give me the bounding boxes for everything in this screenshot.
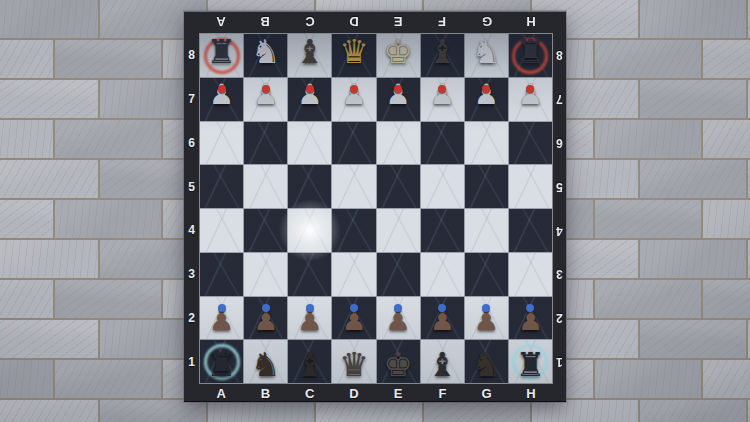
- square-h6[interactable]: [509, 122, 552, 165]
- marble-tile: [0, 200, 53, 238]
- square-b5[interactable]: [244, 165, 287, 208]
- marble-tile: [595, 40, 701, 78]
- rank-label-left-7: 7: [184, 77, 199, 121]
- file-label-bottom-d: D: [332, 384, 376, 402]
- top-pawn-cap: [526, 85, 534, 93]
- square-a7[interactable]: ♟: [200, 78, 243, 121]
- piece-top-pawn-g7[interactable]: ♟: [465, 74, 508, 117]
- piece-top-king-e8[interactable]: ♚: [377, 30, 420, 73]
- square-g4[interactable]: [465, 209, 508, 252]
- square-e3[interactable]: [377, 253, 420, 296]
- file-label-bottom-f: F: [420, 384, 464, 402]
- rank-label-left-6: 6: [184, 121, 199, 165]
- square-h8[interactable]: ♜: [509, 34, 552, 77]
- rank-label-right-6: 6: [553, 121, 566, 165]
- square-b1[interactable]: ♞: [244, 340, 287, 383]
- top-pawn-cap: [262, 85, 270, 93]
- piece-top-pawn-c7[interactable]: ♟: [288, 74, 331, 117]
- top-pawn-cap: [482, 85, 490, 93]
- chess-board: ABCDEFGH 87654321 ♜♞♝♛♚♝♞♜♟♟♟♟♟♟♟♟♟♟♟♟♟♟…: [184, 11, 566, 402]
- square-c2[interactable]: ♟: [288, 297, 331, 340]
- marble-tile: [100, 400, 206, 422]
- square-b6[interactable]: [244, 122, 287, 165]
- marble-tile: [640, 160, 746, 198]
- rank-label-right-8: 8: [553, 33, 566, 77]
- marble-tile: [55, 200, 161, 238]
- piece-bottom-bishop-c1[interactable]: ♝: [288, 343, 331, 386]
- marble-tile: [0, 280, 53, 318]
- square-g7[interactable]: ♟: [465, 78, 508, 121]
- marble-tile: [532, 400, 638, 422]
- marble-tile: [55, 120, 161, 158]
- square-g1[interactable]: ♞: [465, 340, 508, 383]
- bottom-pawn-cap: [394, 304, 402, 312]
- bottom-pawn-cap: [350, 304, 358, 312]
- square-d4[interactable]: [332, 209, 375, 252]
- square-a8[interactable]: ♜: [200, 34, 243, 77]
- rank-labels-left: 87654321: [184, 33, 199, 384]
- square-d1[interactable]: ♛: [332, 340, 375, 383]
- marble-tile: [640, 80, 746, 118]
- bottom-pawn-cap: [306, 304, 314, 312]
- square-e7[interactable]: ♟: [377, 78, 420, 121]
- bottom-pawn-cap: [526, 304, 534, 312]
- rank-label-right-2: 2: [553, 296, 566, 340]
- marble-tile: [703, 200, 750, 238]
- square-g3[interactable]: [465, 253, 508, 296]
- square-f6[interactable]: [421, 122, 464, 165]
- square-g2[interactable]: ♟: [465, 297, 508, 340]
- piece-top-pawn-e7[interactable]: ♟: [377, 74, 420, 117]
- square-c6[interactable]: [288, 122, 331, 165]
- square-e2[interactable]: ♟: [377, 297, 420, 340]
- file-label-bottom-b: B: [243, 384, 287, 402]
- square-d7[interactable]: ♟: [332, 78, 375, 121]
- square-f5[interactable]: [421, 165, 464, 208]
- square-d2[interactable]: ♟: [332, 297, 375, 340]
- bottom-pawn-cap: [218, 304, 226, 312]
- marble-tile: [640, 240, 746, 278]
- square-h3[interactable]: [509, 253, 552, 296]
- board-grid: ♜♞♝♛♚♝♞♜♟♟♟♟♟♟♟♟♟♟♟♟♟♟♟♟♜♞♝♛♚♝♞♜: [200, 34, 552, 383]
- piece-bottom-king-e1[interactable]: ♚: [377, 343, 420, 386]
- rank-label-right-3: 3: [553, 252, 566, 296]
- file-label-bottom-g: G: [465, 384, 509, 402]
- square-c7[interactable]: ♟: [288, 78, 331, 121]
- top-pawn-cap: [394, 85, 402, 93]
- file-label-bottom-c: C: [288, 384, 332, 402]
- piece-bottom-queen-d1[interactable]: ♛: [332, 343, 375, 386]
- file-label-bottom-a: A: [199, 384, 243, 402]
- piece-top-pawn-d7[interactable]: ♟: [332, 74, 375, 117]
- marble-tile: [0, 360, 53, 398]
- marble-tile: [703, 280, 750, 318]
- marble-tile: [703, 360, 750, 398]
- marble-tile: [640, 320, 746, 358]
- piece-bottom-bishop-f1[interactable]: ♝: [421, 343, 464, 386]
- piece-top-pawn-b7[interactable]: ♟: [244, 74, 287, 117]
- file-label-bottom-h: H: [509, 384, 553, 402]
- square-b8[interactable]: ♞: [244, 34, 287, 77]
- square-g8[interactable]: ♞: [465, 34, 508, 77]
- rank-label-left-3: 3: [184, 252, 199, 296]
- top-pawn-cap: [438, 85, 446, 93]
- file-labels-bottom: ABCDEFGH: [199, 384, 553, 402]
- piece-top-pawn-h7[interactable]: ♟: [509, 74, 552, 117]
- marble-tile: [595, 120, 701, 158]
- piece-bottom-rook-a1[interactable]: ♜: [200, 343, 243, 386]
- marble-tile: [640, 400, 746, 422]
- square-h1[interactable]: ♜: [509, 340, 552, 383]
- piece-top-knight-b8[interactable]: ♞: [244, 30, 287, 73]
- rank-label-left-2: 2: [184, 296, 199, 340]
- marble-tile: [55, 360, 161, 398]
- marble-tile: [0, 120, 53, 158]
- square-b7[interactable]: ♟: [244, 78, 287, 121]
- piece-bottom-knight-b1[interactable]: ♞: [244, 343, 287, 386]
- rank-label-left-1: 1: [184, 340, 199, 384]
- marble-tile: [0, 40, 53, 78]
- square-f2[interactable]: ♟: [421, 297, 464, 340]
- top-pawn-cap: [350, 85, 358, 93]
- marble-tile: [0, 160, 98, 198]
- square-e8[interactable]: ♚: [377, 34, 420, 77]
- square-c5[interactable]: [288, 165, 331, 208]
- square-a4[interactable]: [200, 209, 243, 252]
- square-f7[interactable]: ♟: [421, 78, 464, 121]
- square-e6[interactable]: [377, 122, 420, 165]
- square-g6[interactable]: [465, 122, 508, 165]
- bottom-pawn-cap: [438, 304, 446, 312]
- marble-tile: [0, 400, 98, 422]
- floor-tile-row: [0, 400, 750, 422]
- square-b2[interactable]: ♟: [244, 297, 287, 340]
- square-f4[interactable]: [421, 209, 464, 252]
- square-a5[interactable]: [200, 165, 243, 208]
- square-c4[interactable]: [288, 209, 331, 252]
- square-d5[interactable]: [332, 165, 375, 208]
- top-pawn-cap: [218, 85, 226, 93]
- square-f3[interactable]: [421, 253, 464, 296]
- rank-labels-right: 87654321: [553, 33, 566, 384]
- piece-top-pawn-a7[interactable]: ♟: [200, 74, 243, 117]
- square-a2[interactable]: ♟: [200, 297, 243, 340]
- square-e5[interactable]: [377, 165, 420, 208]
- marble-tile: [316, 400, 422, 422]
- marble-tile: [640, 0, 746, 38]
- square-d8[interactable]: ♛: [332, 34, 375, 77]
- square-e1[interactable]: ♚: [377, 340, 420, 383]
- piece-top-queen-d8[interactable]: ♛: [332, 30, 375, 73]
- square-e4[interactable]: [377, 209, 420, 252]
- marble-tile: [595, 360, 701, 398]
- marble-tile: [0, 0, 98, 38]
- marble-tile: [595, 280, 701, 318]
- marble-tile: [0, 80, 98, 118]
- square-f8[interactable]: ♝: [421, 34, 464, 77]
- top-pawn-cap: [306, 85, 314, 93]
- marble-tile: [703, 120, 750, 158]
- marble-tile: [208, 400, 314, 422]
- marble-tile: [595, 200, 701, 238]
- marble-tile: [55, 280, 161, 318]
- chess-game-screenshot: ABCDEFGH 87654321 ♜♞♝♛♚♝♞♜♟♟♟♟♟♟♟♟♟♟♟♟♟♟…: [0, 0, 750, 422]
- piece-top-rook-h8[interactable]: ♜: [509, 30, 552, 73]
- square-c1[interactable]: ♝: [288, 340, 331, 383]
- square-g5[interactable]: [465, 165, 508, 208]
- piece-bottom-knight-g1[interactable]: ♞: [465, 343, 508, 386]
- marble-tile: [424, 400, 530, 422]
- rank-label-right-4: 4: [553, 209, 566, 253]
- square-a3[interactable]: [200, 253, 243, 296]
- rank-label-right-7: 7: [553, 77, 566, 121]
- square-c8[interactable]: ♝: [288, 34, 331, 77]
- square-a1[interactable]: ♜: [200, 340, 243, 383]
- file-label-bottom-e: E: [376, 384, 420, 402]
- piece-top-pawn-f7[interactable]: ♟: [421, 74, 464, 117]
- rank-label-left-5: 5: [184, 165, 199, 209]
- square-a6[interactable]: [200, 122, 243, 165]
- square-f1[interactable]: ♝: [421, 340, 464, 383]
- piece-top-knight-g8[interactable]: ♞: [465, 30, 508, 73]
- marble-tile: [703, 40, 750, 78]
- bottom-pawn-cap: [262, 304, 270, 312]
- bottom-pawn-cap: [482, 304, 490, 312]
- piece-bottom-rook-h1[interactable]: ♜: [509, 343, 552, 386]
- marble-tile: [0, 320, 98, 358]
- square-b4[interactable]: [244, 209, 287, 252]
- piece-top-bishop-f8[interactable]: ♝: [421, 30, 464, 73]
- square-h4[interactable]: [509, 209, 552, 252]
- square-d3[interactable]: [332, 253, 375, 296]
- piece-top-rook-a8[interactable]: ♜: [200, 30, 243, 73]
- marble-tile: [0, 240, 98, 278]
- rank-label-right-5: 5: [553, 165, 566, 209]
- square-d6[interactable]: [332, 122, 375, 165]
- square-b3[interactable]: [244, 253, 287, 296]
- square-h7[interactable]: ♟: [509, 78, 552, 121]
- square-c3[interactable]: [288, 253, 331, 296]
- board-playing-area: ♜♞♝♛♚♝♞♜♟♟♟♟♟♟♟♟♟♟♟♟♟♟♟♟♜♞♝♛♚♝♞♜: [199, 33, 553, 384]
- piece-top-bishop-c8[interactable]: ♝: [288, 30, 331, 73]
- square-h5[interactable]: [509, 165, 552, 208]
- rank-label-right-1: 1: [553, 340, 566, 384]
- rank-label-left-4: 4: [184, 209, 199, 253]
- rank-label-left-8: 8: [184, 33, 199, 77]
- square-h2[interactable]: ♟: [509, 297, 552, 340]
- marble-tile: [55, 40, 161, 78]
